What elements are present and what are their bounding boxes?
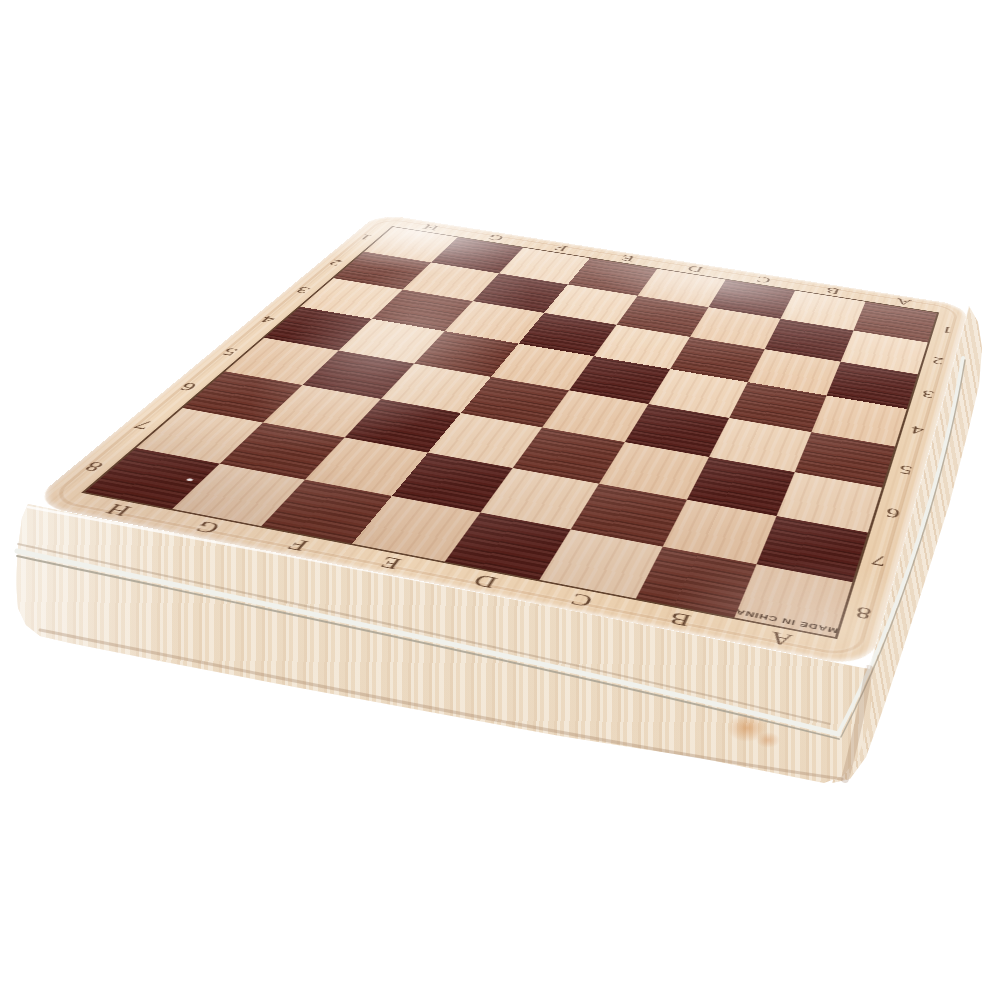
file-label-top: A [894,296,913,308]
product-photo: HH11GG22FF33EE44DD55CC66BB77AA88 MADE IN… [0,0,1000,1000]
rank-label-right: 4 [909,423,925,438]
rank-label-right: 6 [884,504,902,522]
rank-label-right: 3 [921,387,936,401]
rank-label-right: 5 [897,461,914,478]
